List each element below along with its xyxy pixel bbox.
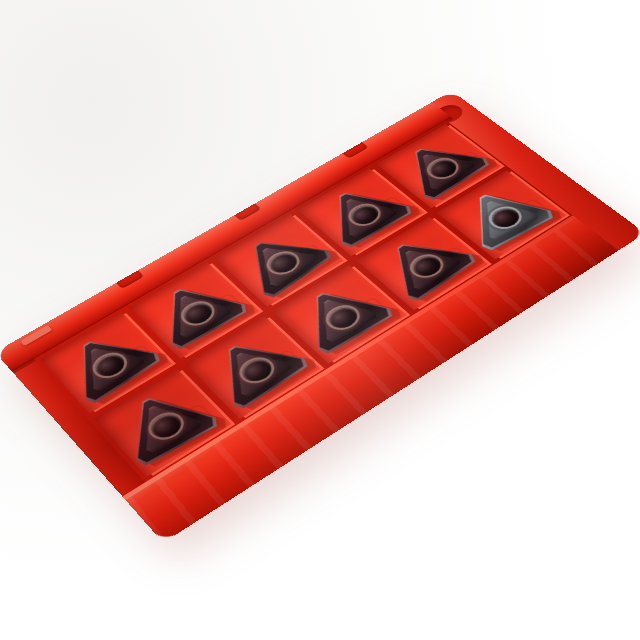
rail-end-tab <box>20 325 52 346</box>
rail-notch <box>342 142 368 159</box>
tray-cast-shadow-host <box>0 0 640 640</box>
insert-tray <box>0 91 640 543</box>
rail-notch <box>116 270 144 289</box>
rail-notch <box>234 203 261 221</box>
product-photo-scene <box>0 0 640 640</box>
